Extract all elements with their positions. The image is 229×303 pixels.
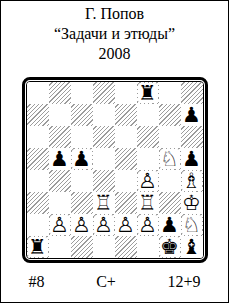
white-pawn-d2: ♙ — [94, 215, 114, 235]
square-h6 — [181, 126, 203, 148]
square-g8 — [159, 82, 181, 104]
square-a8 — [27, 82, 49, 104]
square-d4 — [93, 170, 115, 192]
black-bishop-h1: ♝ — [182, 237, 202, 257]
white-pawn-c2: ♙ — [72, 215, 92, 235]
square-g7 — [159, 104, 181, 126]
white-king-h3: ♔ — [182, 193, 202, 213]
square-g1: ♚ — [159, 236, 181, 258]
square-e4 — [115, 170, 137, 192]
black-pawn-b5: ♟ — [50, 149, 70, 169]
square-c2: ♙ — [71, 214, 93, 236]
white-knight-g5: ♘ — [160, 149, 180, 169]
square-a5 — [27, 148, 49, 170]
chess-board: ♜♟♟♟♘♟♙♗♖♖♔♙♙♙♙♙♟♘♜♚♝ — [22, 77, 208, 263]
square-f8: ♜ — [137, 82, 159, 104]
square-e3 — [115, 192, 137, 214]
white-rook-f3: ♖ — [138, 193, 158, 213]
black-rook-f8: ♜ — [138, 83, 158, 103]
black-pawn-h7: ♟ — [182, 105, 202, 125]
black-pawn-g2: ♟ — [160, 215, 180, 235]
square-d5 — [93, 148, 115, 170]
white-pawn-b2: ♙ — [50, 215, 70, 235]
caption-row: #8 C+ 12+9 — [22, 272, 208, 291]
diagram-frame: Г. Попов “Задачи и этюды” 2008 ♜♟♟♟♘♟♙♗♖… — [0, 0, 229, 303]
square-d2: ♙ — [93, 214, 115, 236]
square-a2 — [27, 214, 49, 236]
square-c4 — [71, 170, 93, 192]
computer-verified: C+ — [96, 272, 116, 291]
square-h1: ♝ — [181, 236, 203, 258]
square-b4 — [49, 170, 71, 192]
piece-count: 12+9 — [167, 272, 200, 291]
square-g3 — [159, 192, 181, 214]
square-a6 — [27, 126, 49, 148]
square-f1 — [137, 236, 159, 258]
square-c5: ♟ — [71, 148, 93, 170]
square-e7 — [115, 104, 137, 126]
square-d8 — [93, 82, 115, 104]
square-b6 — [49, 126, 71, 148]
square-g5: ♘ — [159, 148, 181, 170]
square-f7 — [137, 104, 159, 126]
square-e5 — [115, 148, 137, 170]
white-pawn-e2: ♙ — [116, 215, 136, 235]
black-pawn-h5: ♟ — [182, 149, 202, 169]
black-king-g1: ♚ — [160, 237, 180, 257]
square-c1 — [71, 236, 93, 258]
square-b7 — [49, 104, 71, 126]
chess-board-inner-border: ♜♟♟♟♘♟♙♗♖♖♔♙♙♙♙♙♟♘♜♚♝ — [26, 81, 204, 259]
square-f4: ♙ — [137, 170, 159, 192]
stipulation: #8 — [29, 272, 45, 291]
square-e2: ♙ — [115, 214, 137, 236]
square-g2: ♟ — [159, 214, 181, 236]
square-a7 — [27, 104, 49, 126]
square-h8 — [181, 82, 203, 104]
square-g6 — [159, 126, 181, 148]
square-h7: ♟ — [181, 104, 203, 126]
square-a4 — [27, 170, 49, 192]
square-f2: ♙ — [137, 214, 159, 236]
square-c8 — [71, 82, 93, 104]
square-h5: ♟ — [181, 148, 203, 170]
black-rook-a1: ♜ — [28, 237, 48, 257]
white-pawn-f2: ♙ — [138, 215, 158, 235]
source-title: “Задачи и этюды” — [1, 24, 228, 44]
square-h3: ♔ — [181, 192, 203, 214]
square-b1 — [49, 236, 71, 258]
square-f5 — [137, 148, 159, 170]
square-e8 — [115, 82, 137, 104]
year: 2008 — [1, 44, 228, 64]
square-d6 — [93, 126, 115, 148]
square-e6 — [115, 126, 137, 148]
square-h2: ♘ — [181, 214, 203, 236]
square-b8 — [49, 82, 71, 104]
white-pawn-f4: ♙ — [138, 171, 158, 191]
square-e1 — [115, 236, 137, 258]
square-d3: ♖ — [93, 192, 115, 214]
author: Г. Попов — [1, 4, 228, 24]
square-h4: ♗ — [181, 170, 203, 192]
square-d7 — [93, 104, 115, 126]
square-d1 — [93, 236, 115, 258]
square-b5: ♟ — [49, 148, 71, 170]
square-b3 — [49, 192, 71, 214]
header: Г. Попов “Задачи и этюды” 2008 — [1, 1, 228, 64]
chess-board-grid: ♜♟♟♟♘♟♙♗♖♖♔♙♙♙♙♙♟♘♜♚♝ — [27, 82, 203, 258]
white-knight-h2: ♘ — [182, 215, 202, 235]
square-a3 — [27, 192, 49, 214]
square-f3: ♖ — [137, 192, 159, 214]
square-c7 — [71, 104, 93, 126]
square-g4 — [159, 170, 181, 192]
black-pawn-c5: ♟ — [72, 149, 92, 169]
white-rook-d3: ♖ — [94, 193, 114, 213]
white-bishop-h4: ♗ — [182, 171, 202, 191]
square-a1: ♜ — [27, 236, 49, 258]
square-c3 — [71, 192, 93, 214]
square-b2: ♙ — [49, 214, 71, 236]
square-c6 — [71, 126, 93, 148]
square-f6 — [137, 126, 159, 148]
